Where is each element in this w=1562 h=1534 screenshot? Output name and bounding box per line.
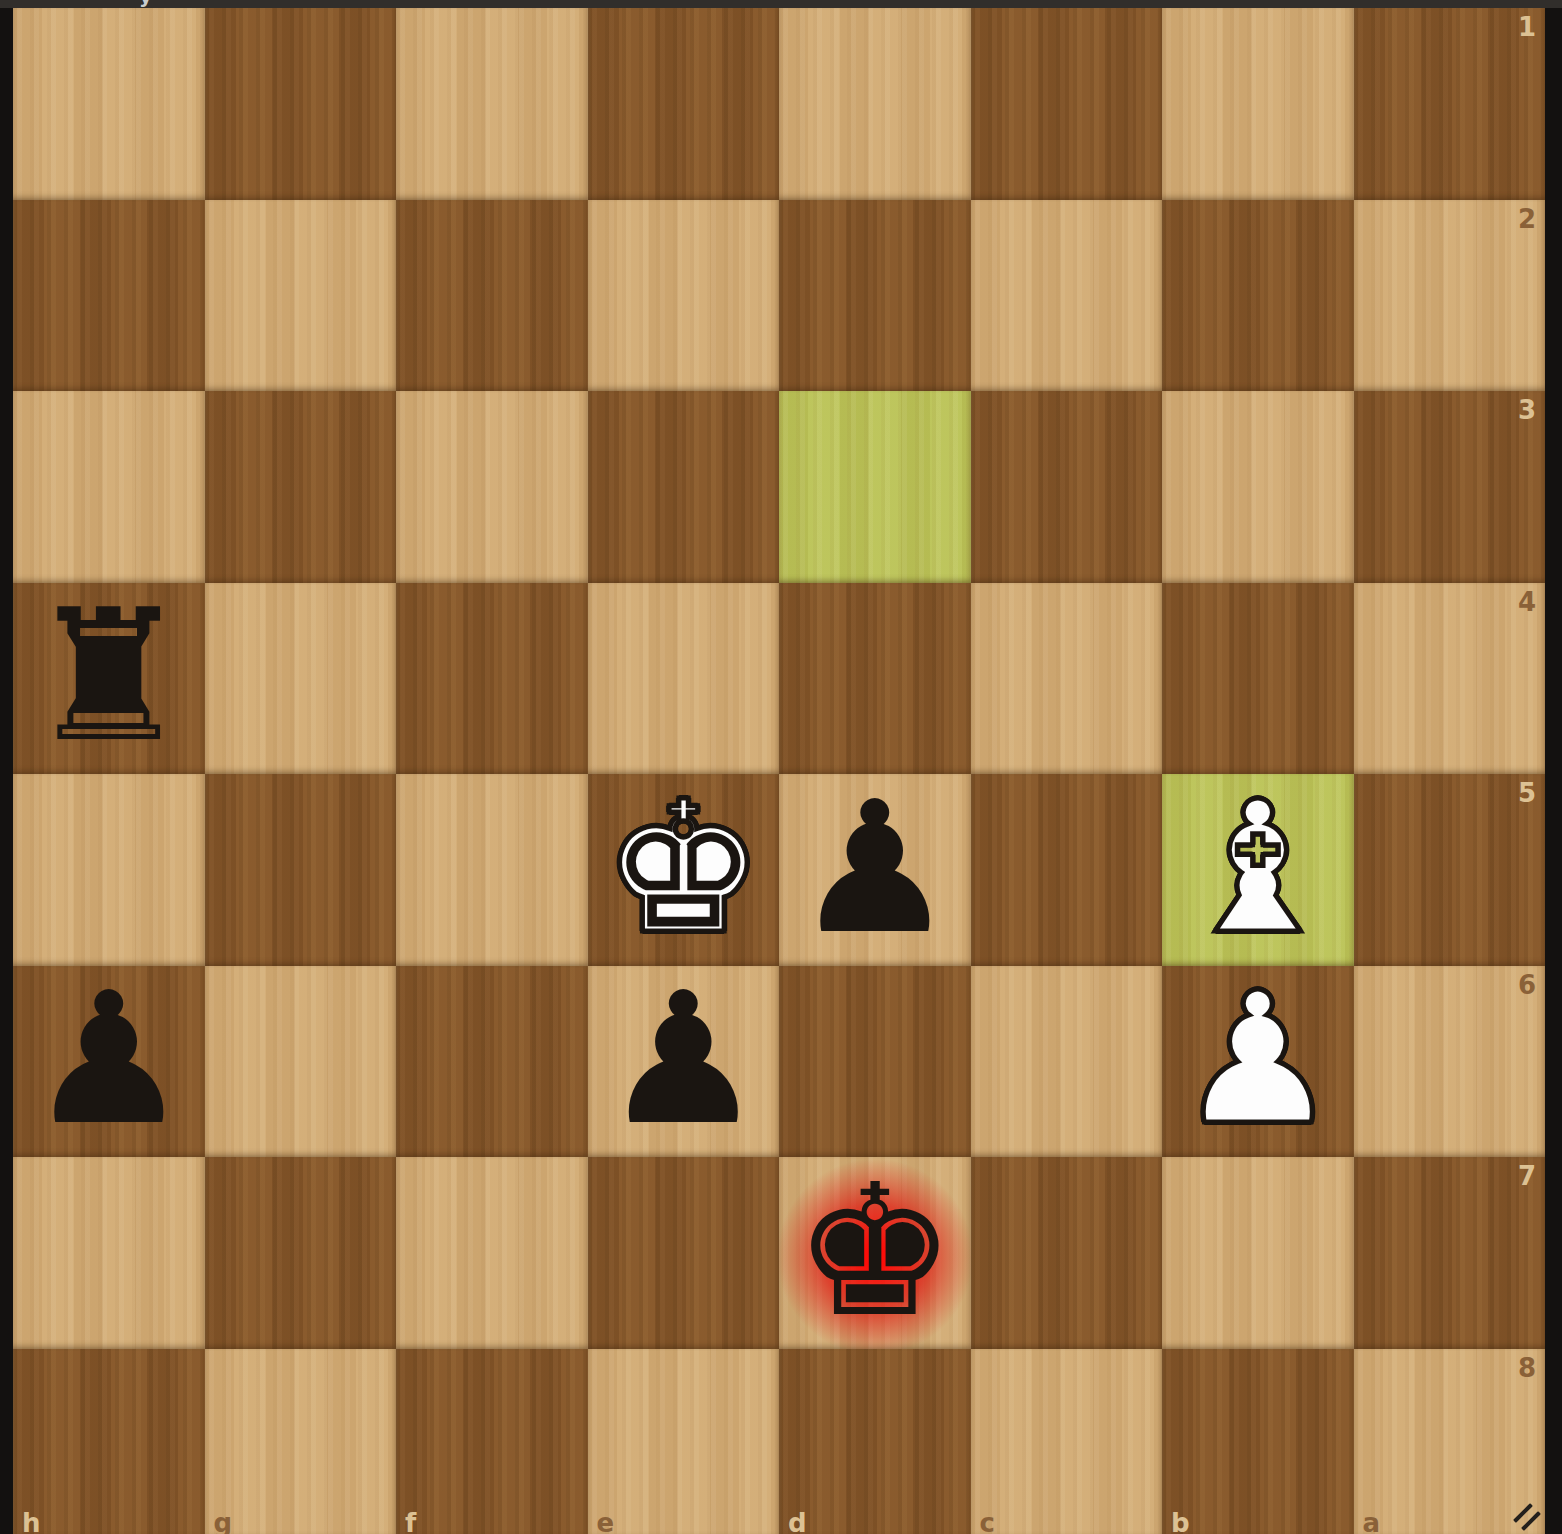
- file-label-d: d: [788, 1510, 807, 1534]
- square-h7[interactable]: [13, 1157, 205, 1349]
- piece-black-pawn[interactable]: ♟: [793, 777, 956, 959]
- file-label-a: a: [1363, 1510, 1381, 1534]
- square-b2[interactable]: [1162, 200, 1354, 392]
- square-d3[interactable]: [779, 391, 971, 583]
- piece-white-pawn[interactable]: ♟: [1176, 968, 1339, 1150]
- board: 123♜4♚♟♝5♟♟♟6♚7hgfedcb8a: [13, 8, 1545, 1534]
- square-f3[interactable]: [396, 391, 588, 583]
- square-d4[interactable]: [779, 583, 971, 775]
- square-c2[interactable]: [971, 200, 1163, 392]
- square-h2[interactable]: [13, 200, 205, 392]
- square-b6[interactable]: ♟: [1162, 966, 1354, 1158]
- square-g7[interactable]: [205, 1157, 397, 1349]
- file-label-c: c: [980, 1510, 995, 1534]
- square-a2[interactable]: 2: [1354, 200, 1546, 392]
- square-h1[interactable]: [13, 8, 205, 200]
- square-a3[interactable]: 3: [1354, 391, 1546, 583]
- square-d5[interactable]: ♟: [779, 774, 971, 966]
- square-b5[interactable]: ♝: [1162, 774, 1354, 966]
- square-a1[interactable]: 1: [1354, 8, 1546, 200]
- square-c8[interactable]: c: [971, 1349, 1163, 1534]
- square-f2[interactable]: [396, 200, 588, 392]
- square-d7[interactable]: ♚: [779, 1157, 971, 1349]
- file-label-b: b: [1171, 1510, 1190, 1534]
- square-h3[interactable]: [13, 391, 205, 583]
- rank-label-5: 5: [1518, 780, 1536, 806]
- square-g3[interactable]: [205, 391, 397, 583]
- square-h4[interactable]: ♜: [13, 583, 205, 775]
- piece-black-pawn[interactable]: ♟: [27, 968, 190, 1150]
- rank-label-3: 3: [1518, 397, 1536, 423]
- square-e4[interactable]: [588, 583, 780, 775]
- cropped-text-fragment: y: [139, 0, 152, 6]
- square-h6[interactable]: ♟: [13, 966, 205, 1158]
- piece-black-pawn[interactable]: ♟: [602, 968, 765, 1150]
- rank-label-7: 7: [1518, 1163, 1536, 1189]
- square-e5[interactable]: ♚: [588, 774, 780, 966]
- file-label-f: f: [405, 1510, 416, 1534]
- square-c7[interactable]: [971, 1157, 1163, 1349]
- file-label-g: g: [214, 1510, 233, 1534]
- square-d2[interactable]: [779, 200, 971, 392]
- square-b8[interactable]: b: [1162, 1349, 1354, 1534]
- rank-label-2: 2: [1518, 206, 1536, 232]
- square-e8[interactable]: e: [588, 1349, 780, 1534]
- board-resize-handle-icon[interactable]: [1507, 1498, 1545, 1530]
- piece-white-bishop[interactable]: ♝: [1176, 777, 1339, 959]
- square-g6[interactable]: [205, 966, 397, 1158]
- square-a7[interactable]: 7: [1354, 1157, 1546, 1349]
- square-a6[interactable]: 6: [1354, 966, 1546, 1158]
- square-h8[interactable]: h: [13, 1349, 205, 1534]
- square-g8[interactable]: g: [205, 1349, 397, 1534]
- square-g5[interactable]: [205, 774, 397, 966]
- file-label-h: h: [22, 1510, 41, 1534]
- rank-label-8: 8: [1518, 1355, 1536, 1381]
- square-e2[interactable]: [588, 200, 780, 392]
- square-f7[interactable]: [396, 1157, 588, 1349]
- square-h5[interactable]: [13, 774, 205, 966]
- square-a5[interactable]: 5: [1354, 774, 1546, 966]
- square-g1[interactable]: [205, 8, 397, 200]
- square-g4[interactable]: [205, 583, 397, 775]
- piece-white-king[interactable]: ♚: [602, 777, 765, 959]
- square-b1[interactable]: [1162, 8, 1354, 200]
- square-f6[interactable]: [396, 966, 588, 1158]
- square-c6[interactable]: [971, 966, 1163, 1158]
- rank-label-1: 1: [1518, 14, 1536, 40]
- square-e1[interactable]: [588, 8, 780, 200]
- square-d8[interactable]: d: [779, 1349, 971, 1534]
- file-label-e: e: [597, 1510, 615, 1534]
- top-bar: y: [0, 0, 1562, 8]
- square-b3[interactable]: [1162, 391, 1354, 583]
- square-b7[interactable]: [1162, 1157, 1354, 1349]
- square-c5[interactable]: [971, 774, 1163, 966]
- square-e3[interactable]: [588, 391, 780, 583]
- square-c1[interactable]: [971, 8, 1163, 200]
- square-f5[interactable]: [396, 774, 588, 966]
- square-e6[interactable]: ♟: [588, 966, 780, 1158]
- square-f4[interactable]: [396, 583, 588, 775]
- square-g2[interactable]: [205, 200, 397, 392]
- square-b4[interactable]: [1162, 583, 1354, 775]
- rank-label-4: 4: [1518, 589, 1536, 615]
- square-f1[interactable]: [396, 8, 588, 200]
- square-d1[interactable]: [779, 8, 971, 200]
- square-c3[interactable]: [971, 391, 1163, 583]
- rank-label-6: 6: [1518, 972, 1536, 998]
- square-f8[interactable]: f: [396, 1349, 588, 1534]
- square-c4[interactable]: [971, 583, 1163, 775]
- piece-black-rook[interactable]: ♜: [27, 585, 190, 767]
- square-e7[interactable]: [588, 1157, 780, 1349]
- piece-black-king[interactable]: ♚: [793, 1160, 956, 1342]
- square-a4[interactable]: 4: [1354, 583, 1546, 775]
- square-d6[interactable]: [779, 966, 971, 1158]
